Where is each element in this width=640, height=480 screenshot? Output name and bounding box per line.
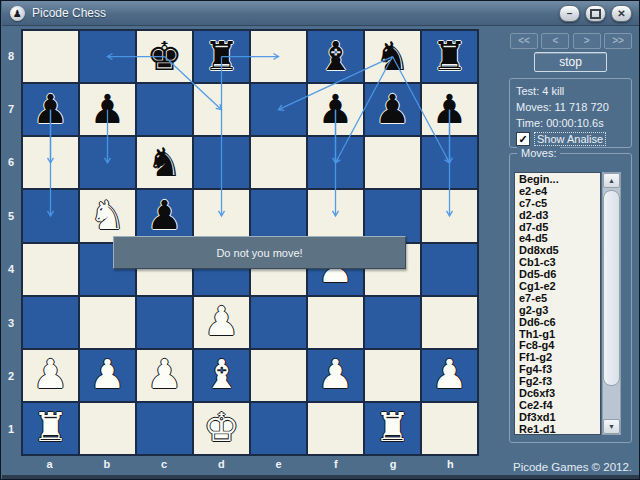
square-b5[interactable]: ♞ [80,190,135,241]
moves-panel-title: Moves: [517,147,560,159]
square-a1[interactable]: ♜ [23,403,78,454]
piece-black-king: ♚ [147,36,183,76]
square-g5[interactable] [365,190,420,241]
window-controls: – ✕ [559,5,632,22]
square-c3[interactable] [137,297,192,348]
show-analise-row: ✓ Show Analise [516,132,631,146]
square-c2[interactable]: ♟ [137,350,192,401]
square-f5[interactable] [308,190,363,241]
show-analise-label[interactable]: Show Analise [534,132,606,146]
square-b2[interactable]: ♟ [80,350,135,401]
file-label-f: f [307,458,364,476]
piece-white-pawn: ♟ [90,354,126,394]
rank-label-8: 8 [1,29,21,82]
window-titlebar: ♟ Picode Chess – ✕ [2,1,639,26]
square-b7[interactable]: ♟ [80,84,135,135]
square-c1[interactable] [137,403,192,454]
square-h8[interactable]: ♜ [422,31,477,82]
square-a2[interactable]: ♟ [23,350,78,401]
rank-labels: 87654321 [1,29,21,456]
square-b1[interactable] [80,403,135,454]
first-move-button[interactable]: << [510,33,538,49]
rank-label-5: 5 [1,189,21,242]
square-a6[interactable] [23,137,78,188]
piece-black-knight: ♞ [375,36,411,76]
file-labels: abcdefgh [21,458,479,476]
square-b3[interactable] [80,297,135,348]
square-b6[interactable] [80,137,135,188]
square-e3[interactable] [251,297,306,348]
square-g3[interactable] [365,297,420,348]
piece-white-pawn: ♟ [204,301,240,341]
move-item[interactable]: d2-d3 [519,210,600,222]
app-window: ♟ Picode Chess – ✕ 87654321 ♚♜♝♞♜♟♟♟♟♟♞♞… [0,0,640,480]
rank-label-4: 4 [1,243,21,296]
square-c5[interactable]: ♟ [137,190,192,241]
square-d6[interactable] [194,137,249,188]
piece-black-knight: ♞ [147,142,183,182]
piece-black-bishop: ♝ [318,36,354,76]
piece-black-pawn: ♟ [147,195,183,235]
square-c6[interactable]: ♞ [137,137,192,188]
square-d7[interactable] [194,84,249,135]
moves-panel: Moves: Begin...e2-e4c7-c5d2-d3d7-d5e4-d5… [509,153,632,443]
piece-black-pawn: ♟ [33,89,69,129]
square-g6[interactable] [365,137,420,188]
minimize-button[interactable]: – [559,5,580,22]
scroll-down-button[interactable]: ▼ [603,419,620,434]
square-a4[interactable] [23,244,78,295]
file-label-c: c [136,458,193,476]
show-analise-checkbox[interactable]: ✓ [516,132,530,146]
file-label-g: g [365,458,422,476]
maximize-icon [590,9,601,19]
file-label-b: b [78,458,135,476]
last-move-button[interactable]: >> [604,33,632,49]
move-item[interactable]: g2-g3 [519,305,600,317]
piece-white-pawn: ♟ [147,354,183,394]
move-item[interactable]: e7-e5 [519,293,600,305]
square-a8[interactable] [23,31,78,82]
file-label-e: e [250,458,307,476]
square-f6[interactable] [308,137,363,188]
square-g7[interactable]: ♟ [365,84,420,135]
piece-black-pawn: ♟ [318,89,354,129]
square-f7[interactable]: ♟ [308,84,363,135]
square-c7[interactable] [137,84,192,135]
file-label-d: d [193,458,250,476]
footer-credit: Picode Games © 2012. [513,461,632,473]
rank-label-3: 3 [1,296,21,349]
piece-white-knight: ♞ [90,195,126,235]
square-d3[interactable]: ♟ [194,297,249,348]
engine-info-panel: Test: 4 kill Moves: 11 718 720 Time: 00:… [509,78,632,148]
moves-scrollbar[interactable]: ▲ ▼ [602,172,621,435]
close-button[interactable]: ✕ [611,5,632,22]
square-h5[interactable] [422,190,477,241]
square-h3[interactable] [422,297,477,348]
square-a5[interactable] [23,190,78,241]
move-item[interactable]: e2-e4 [519,186,600,198]
square-b8[interactable] [80,31,135,82]
piece-black-pawn: ♟ [90,89,126,129]
square-h1[interactable] [422,403,477,454]
piece-white-bishop: ♝ [204,354,240,394]
square-f8[interactable]: ♝ [308,31,363,82]
piece-white-rook: ♜ [33,407,69,447]
moves-stat: Moves: 11 718 720 [516,99,631,115]
moves-list[interactable]: Begin...e2-e4c7-c5d2-d3d7-d5e4-d5Dd8xd5C… [514,172,601,435]
move-item[interactable]: Dd6-c6 [519,317,600,329]
square-e5[interactable] [251,190,306,241]
test-stat: Test: 4 kill [516,83,631,99]
piece-black-rook: ♜ [204,36,240,76]
square-a7[interactable]: ♟ [23,84,78,135]
move-item[interactable]: c7-c5 [519,198,600,210]
window-title: Picode Chess [32,6,106,20]
scroll-thumb[interactable] [603,190,620,386]
next-move-button[interactable]: > [573,33,601,49]
square-e2[interactable] [251,350,306,401]
piece-white-king: ♚ [204,407,240,447]
square-d8[interactable]: ♜ [194,31,249,82]
square-h6[interactable] [422,137,477,188]
square-f3[interactable] [308,297,363,348]
time-stat: Time: 00:00:10.6s [516,115,631,131]
square-e1[interactable] [251,403,306,454]
rank-label-7: 7 [1,82,21,135]
square-e6[interactable] [251,137,306,188]
prev-move-button[interactable]: < [541,33,569,49]
square-d5[interactable] [194,190,249,241]
square-h2[interactable]: ♟ [422,350,477,401]
square-c8[interactable]: ♚ [137,31,192,82]
square-f1[interactable] [308,403,363,454]
status-bar [2,475,639,479]
rank-label-2: 2 [1,349,21,402]
piece-white-pawn: ♟ [33,354,69,394]
piece-black-pawn: ♟ [432,89,468,129]
square-e7[interactable] [251,84,306,135]
square-d1[interactable]: ♚ [194,403,249,454]
scroll-up-button[interactable]: ▲ [603,173,620,188]
square-d2[interactable]: ♝ [194,350,249,401]
piece-black-pawn: ♟ [375,89,411,129]
stop-button[interactable]: stop [534,52,607,72]
move-item[interactable]: Df3xd1 [519,412,600,424]
app-icon: ♟ [10,6,25,21]
square-h7[interactable]: ♟ [422,84,477,135]
piece-black-rook: ♜ [432,36,468,76]
rank-label-1: 1 [1,403,21,456]
square-e8[interactable] [251,31,306,82]
square-a3[interactable] [23,297,78,348]
square-g8[interactable]: ♞ [365,31,420,82]
piece-white-pawn: ♟ [318,354,354,394]
piece-white-rook: ♜ [375,407,411,447]
move-item[interactable]: Re1-d1 [519,424,600,435]
file-label-h: h [422,458,479,476]
file-label-a: a [21,458,78,476]
piece-white-pawn: ♟ [432,354,468,394]
rank-label-6: 6 [1,136,21,189]
square-h4[interactable] [422,244,477,295]
square-g2[interactable] [365,350,420,401]
square-f2[interactable]: ♟ [308,350,363,401]
engine-message: Do not you move! [113,236,406,269]
maximize-button[interactable] [585,5,606,22]
square-g1[interactable]: ♜ [365,403,420,454]
move-navigation: <<<>>> [510,33,632,49]
